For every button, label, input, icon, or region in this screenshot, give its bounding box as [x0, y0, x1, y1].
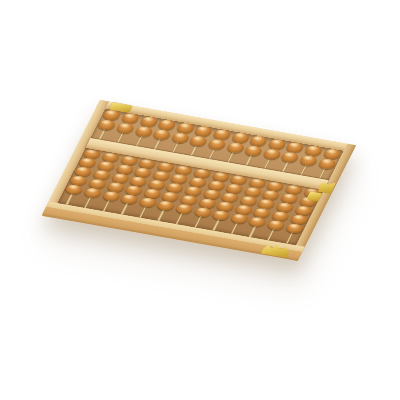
earth-bead	[284, 223, 304, 235]
photo-canvas	[0, 0, 400, 400]
heaven-bead	[317, 158, 338, 171]
abacus-board	[42, 100, 357, 261]
